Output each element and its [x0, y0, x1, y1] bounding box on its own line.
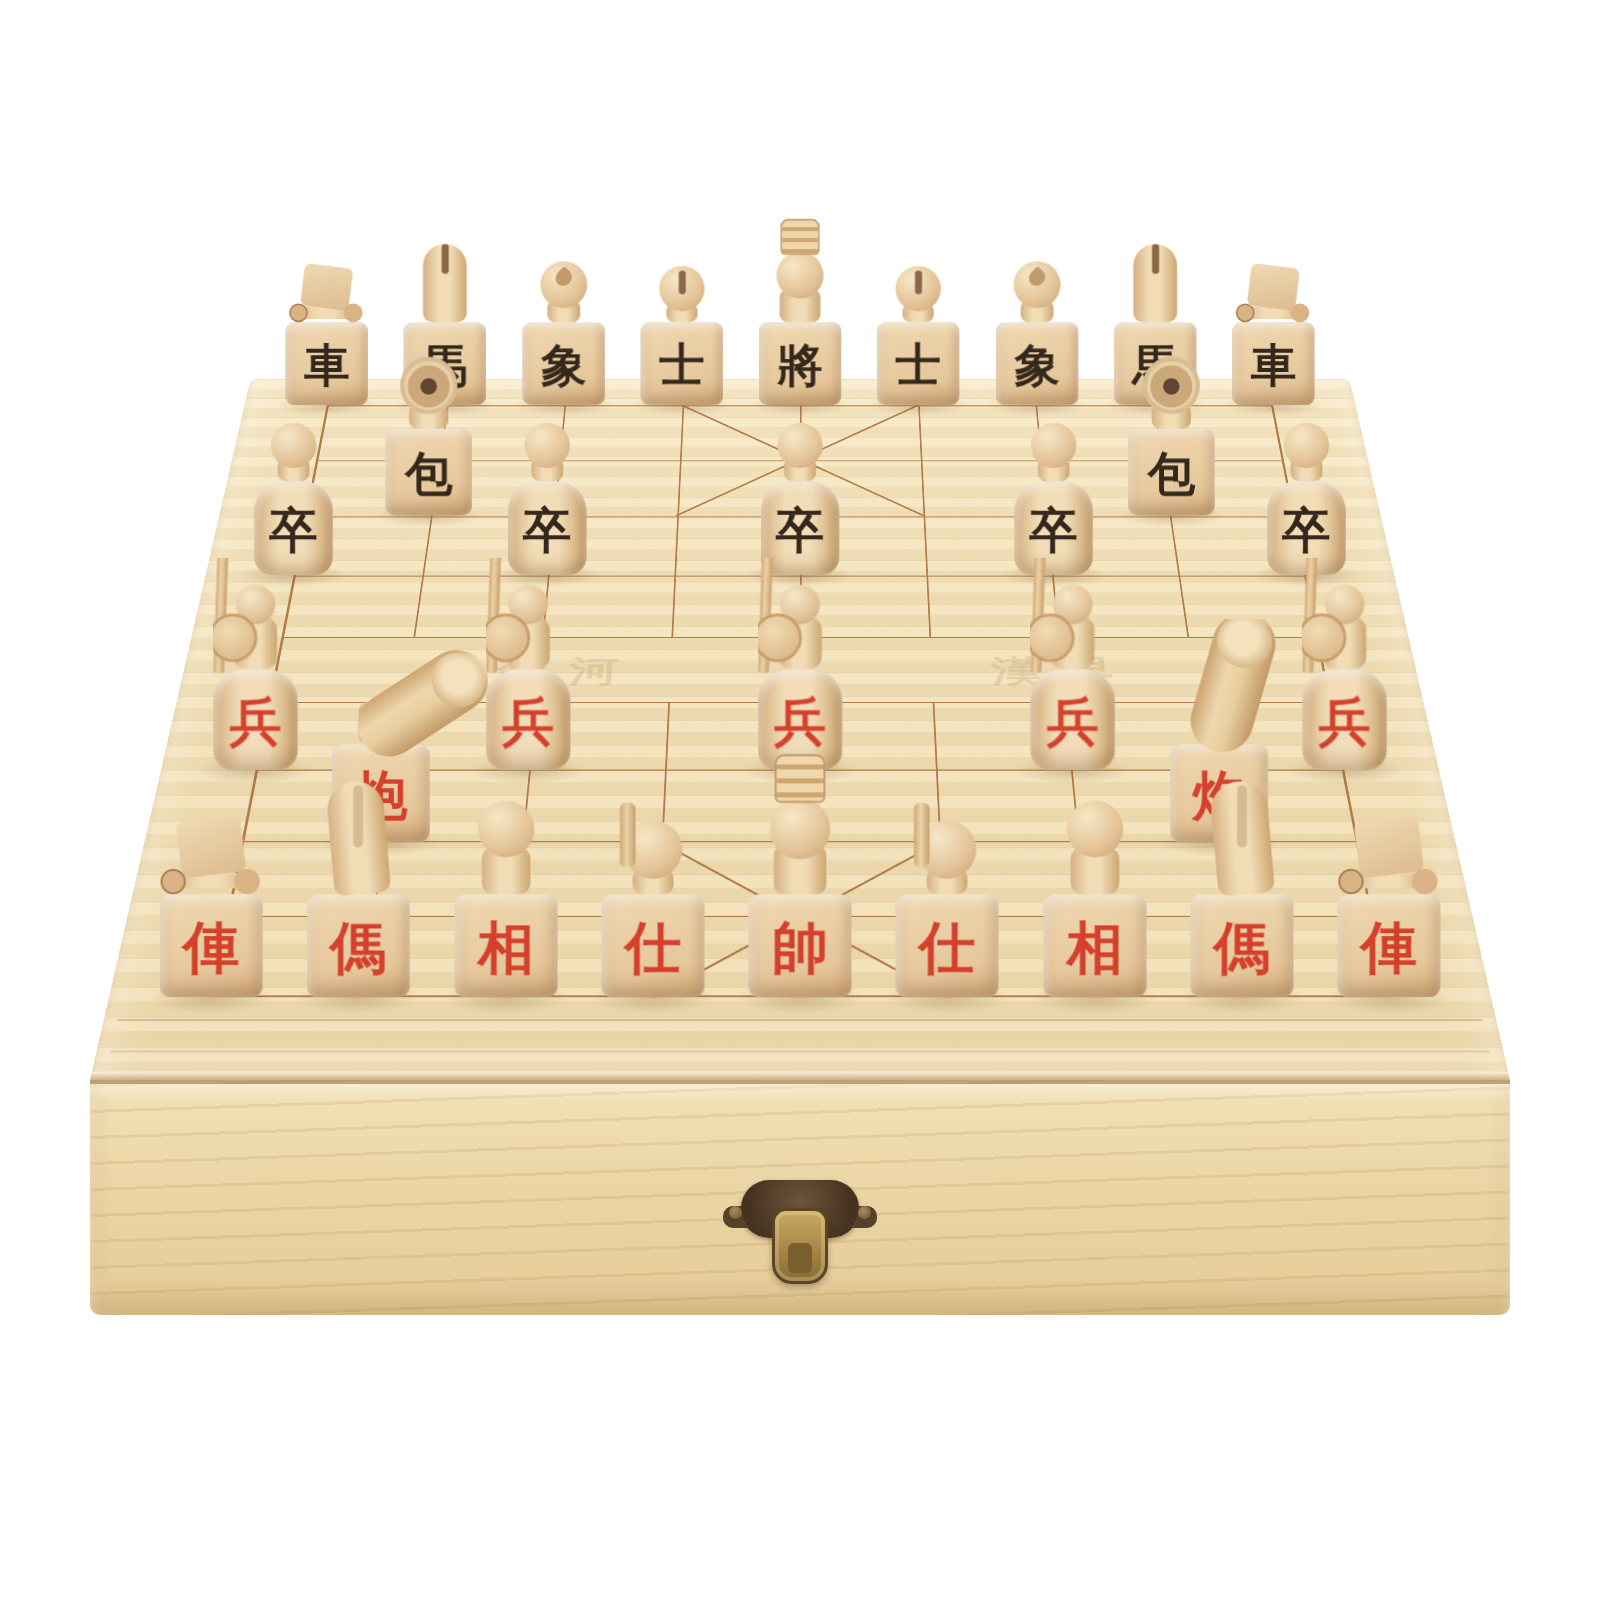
piece-red-advisor[interactable]: 仕 [601, 783, 704, 997]
piece-top-shape [176, 815, 247, 879]
piece-top [601, 783, 704, 894]
piece-character: 傌 [330, 920, 386, 976]
piece-character: 兵 [1046, 696, 1098, 748]
piece-red-general[interactable]: 帥 [748, 744, 851, 997]
latch-screw-right [858, 1206, 871, 1219]
piece-character: 車 [1251, 343, 1296, 388]
piece-character: 俥 [1361, 920, 1417, 976]
piece-character: 兵 [1318, 696, 1370, 748]
piece-top [254, 421, 333, 481]
piece-top-shape [775, 754, 826, 803]
piece-character: 車 [304, 343, 349, 388]
piece-top [404, 239, 487, 322]
piece-top [896, 783, 999, 894]
piece-character: 仕 [919, 920, 975, 976]
piece-base: 相 [454, 894, 557, 997]
piece-base: 傌 [1190, 894, 1293, 997]
piece-character: 卒 [523, 505, 572, 554]
piece-black-advisor[interactable]: 士 [877, 242, 960, 405]
piece-black-rook[interactable]: 車 [1232, 244, 1315, 405]
piece-base: 象 [522, 322, 605, 405]
piece-base: 仕 [896, 894, 999, 997]
scene: 楚河 漢界 車馬象士將士象馬車包包卒卒卒卒卒兵兵兵兵兵炮炮俥傌相仕帥仕相傌俥 [0, 0, 1600, 1600]
piece-base: 包 [385, 429, 472, 516]
piece-top-shape [271, 423, 316, 468]
piece-character: 將 [777, 343, 822, 388]
piece-black-advisor[interactable]: 士 [640, 242, 723, 405]
piece-top [507, 421, 586, 481]
piece-top-shape [1338, 869, 1363, 894]
piece-red-rook[interactable]: 俥 [1337, 789, 1440, 997]
board-box: 楚河 漢界 車馬象士將士象馬車包包卒卒卒卒卒兵兵兵兵兵炮炮俥傌相仕帥仕相傌俥 [90, 379, 1510, 1080]
piece-top [1170, 619, 1268, 745]
piece-base: 士 [640, 322, 723, 405]
piece-top-shape [353, 785, 363, 847]
piece-base: 象 [995, 322, 1078, 405]
piece-top [748, 744, 851, 894]
pieces-layer: 車馬象士將士象馬車包包卒卒卒卒卒兵兵兵兵兵炮炮俥傌相仕帥仕相傌俥 [90, 379, 1510, 1080]
piece-base: 將 [759, 322, 842, 405]
piece-top [1114, 239, 1197, 322]
piece-base: 兵 [1030, 669, 1115, 770]
piece-top [1043, 781, 1146, 894]
piece-top [522, 239, 605, 322]
piece-red-soldier[interactable]: 兵 [213, 558, 298, 770]
piece-top-shape [620, 803, 636, 867]
piece-black-soldier[interactable]: 卒 [507, 421, 586, 575]
piece-top [1267, 421, 1346, 481]
piece-top-shape [777, 423, 822, 468]
piece-base: 士 [877, 322, 960, 405]
piece-black-cannon[interactable]: 包 [385, 351, 472, 516]
piece-red-elephant[interactable]: 相 [1043, 781, 1146, 997]
piece-top-shape [477, 801, 533, 857]
piece-top [995, 239, 1078, 322]
piece-top [1128, 351, 1215, 430]
piece-character: 仕 [625, 920, 681, 976]
piece-base: 俥 [1337, 894, 1440, 997]
piece-base: 帥 [748, 894, 851, 997]
piece-character: 傌 [1213, 920, 1269, 976]
piece-top-shape [679, 271, 686, 294]
piece-top [332, 619, 430, 745]
piece-top-shape [1031, 423, 1076, 468]
piece-top [213, 558, 298, 670]
box-front-face [90, 1080, 1510, 1315]
piece-black-rook[interactable]: 車 [285, 244, 368, 405]
piece-top-shape [209, 614, 258, 663]
piece-top-shape [1298, 614, 1347, 663]
piece-top-shape [300, 263, 353, 311]
piece-base: 兵 [485, 669, 570, 770]
piece-character: 包 [1147, 450, 1194, 497]
piece-character: 帥 [772, 920, 828, 976]
piece-top [307, 775, 410, 894]
piece-red-rook[interactable]: 俥 [160, 789, 263, 997]
piece-top [1030, 558, 1115, 670]
piece-top-shape [400, 357, 457, 414]
piece-red-elephant[interactable]: 相 [454, 781, 557, 997]
piece-character: 兵 [502, 696, 554, 748]
piece-character: 士 [896, 343, 941, 388]
piece-top [1190, 775, 1293, 894]
piece-black-general[interactable]: 將 [759, 211, 842, 405]
piece-top [1302, 558, 1387, 670]
piece-red-advisor[interactable]: 仕 [896, 783, 999, 997]
piece-red-soldier[interactable]: 兵 [1030, 558, 1115, 770]
piece-top-shape [1183, 605, 1283, 760]
piece-top [1337, 789, 1440, 894]
piece-top [877, 242, 960, 322]
piece-character: 相 [477, 920, 533, 976]
piece-top [485, 558, 570, 670]
piece-top [759, 211, 842, 322]
piece-top [640, 242, 723, 322]
piece-base: 包 [1128, 429, 1215, 516]
piece-top-shape [777, 252, 824, 299]
piece-top-shape [289, 303, 308, 322]
piece-red-soldier[interactable]: 兵 [1302, 558, 1387, 770]
piece-black-elephant[interactable]: 象 [995, 239, 1078, 405]
latch-screw-left [729, 1206, 742, 1219]
piece-base: 兵 [1302, 669, 1387, 770]
piece-base: 相 [1043, 894, 1146, 997]
piece-top-shape [442, 244, 449, 274]
piece-top [758, 558, 843, 670]
piece-character: 兵 [229, 696, 281, 748]
piece-top-shape [524, 423, 569, 468]
piece-top [761, 421, 840, 481]
piece-top [285, 244, 368, 322]
piece-black-cannon[interactable]: 包 [1128, 351, 1215, 516]
piece-character: 士 [659, 343, 704, 388]
piece-top-shape [481, 614, 530, 663]
piece-top-shape [770, 799, 830, 859]
piece-character: 相 [1066, 920, 1122, 976]
piece-top-shape [1237, 785, 1247, 847]
piece-base: 傌 [307, 894, 410, 997]
piece-top-shape [161, 869, 186, 894]
piece-red-horse[interactable]: 傌 [307, 775, 410, 997]
piece-black-soldier[interactable]: 卒 [254, 421, 333, 575]
latch-loop-icon [772, 1208, 828, 1284]
piece-black-soldier[interactable]: 卒 [1014, 421, 1093, 575]
piece-character: 包 [405, 450, 452, 497]
piece-red-soldier[interactable]: 兵 [485, 558, 570, 770]
piece-red-horse[interactable]: 傌 [1190, 775, 1293, 997]
piece-base: 俥 [160, 894, 263, 997]
piece-top [385, 351, 472, 430]
latch [715, 1180, 885, 1304]
piece-top-shape [915, 271, 922, 294]
piece-top-shape [1025, 614, 1074, 663]
piece-character: 兵 [774, 696, 826, 748]
piece-top [160, 789, 263, 894]
piece-base: 車 [1232, 322, 1315, 405]
piece-top [1014, 421, 1093, 481]
piece-top-shape [753, 614, 802, 663]
piece-top-shape [780, 219, 819, 255]
piece-top-shape [1354, 815, 1425, 879]
piece-black-elephant[interactable]: 象 [522, 239, 605, 405]
piece-base: 車 [285, 322, 368, 405]
piece-top-shape [1284, 423, 1329, 468]
piece-character: 卒 [269, 505, 318, 554]
piece-top-shape [1152, 244, 1159, 274]
piece-character: 象 [541, 343, 586, 388]
piece-top-shape [1066, 801, 1122, 857]
piece-top-shape [1143, 357, 1200, 414]
piece-top [1232, 244, 1315, 322]
piece-base: 兵 [213, 669, 298, 770]
piece-character: 俥 [183, 920, 239, 976]
piece-top-shape [1247, 263, 1300, 311]
piece-base: 仕 [601, 894, 704, 997]
piece-top [454, 781, 557, 894]
piece-red-soldier[interactable]: 兵 [758, 558, 843, 770]
piece-character: 卒 [776, 505, 825, 554]
piece-top-shape [914, 803, 930, 867]
piece-top-shape [1236, 303, 1255, 322]
piece-character: 象 [1014, 343, 1059, 388]
